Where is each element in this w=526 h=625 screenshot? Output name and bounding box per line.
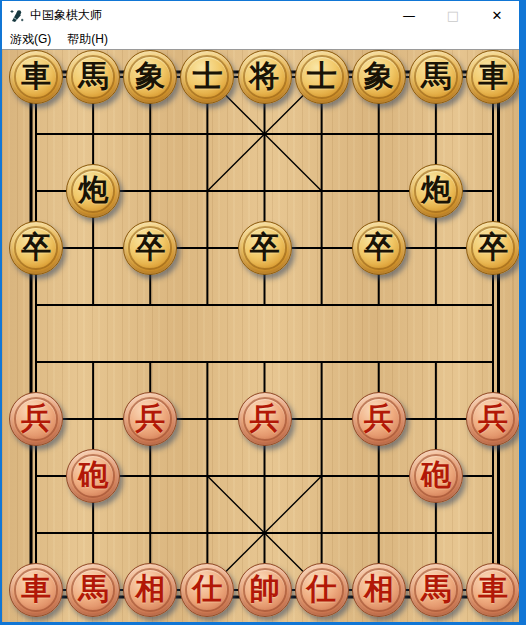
piece-black-象[interactable]: 象 bbox=[123, 50, 177, 104]
piece-black-卒[interactable]: 卒 bbox=[123, 221, 177, 275]
piece-glyph: 炮 bbox=[78, 175, 108, 205]
close-button[interactable]: ✕ bbox=[475, 1, 519, 30]
piece-glyph: 士 bbox=[307, 61, 337, 91]
piece-black-炮[interactable]: 炮 bbox=[66, 164, 120, 218]
piece-glyph: 馬 bbox=[78, 574, 108, 604]
piece-glyph: 象 bbox=[135, 61, 165, 91]
piece-red-仕[interactable]: 仕 bbox=[295, 563, 349, 617]
piece-black-車[interactable]: 車 bbox=[9, 50, 63, 104]
window-title: 中国象棋大师 bbox=[30, 7, 102, 24]
piece-black-士[interactable]: 士 bbox=[295, 50, 349, 104]
piece-glyph: 仕 bbox=[192, 574, 222, 604]
piece-glyph: 馬 bbox=[421, 61, 451, 91]
piece-red-兵[interactable]: 兵 bbox=[9, 392, 63, 446]
piece-black-象[interactable]: 象 bbox=[352, 50, 406, 104]
piece-red-相[interactable]: 相 bbox=[123, 563, 177, 617]
piece-glyph: 兵 bbox=[135, 403, 165, 433]
piece-glyph: 相 bbox=[135, 574, 165, 604]
piece-glyph: 砲 bbox=[78, 460, 108, 490]
piece-glyph: 馬 bbox=[78, 61, 108, 91]
piece-glyph: 炮 bbox=[421, 175, 451, 205]
piece-glyph: 卒 bbox=[364, 232, 394, 262]
piece-red-車[interactable]: 車 bbox=[466, 563, 520, 617]
piece-red-兵[interactable]: 兵 bbox=[238, 392, 292, 446]
piece-black-卒[interactable]: 卒 bbox=[238, 221, 292, 275]
piece-red-馬[interactable]: 馬 bbox=[409, 563, 463, 617]
piece-black-卒[interactable]: 卒 bbox=[9, 221, 63, 275]
piece-glyph: 砲 bbox=[421, 460, 451, 490]
piece-black-車[interactable]: 車 bbox=[466, 50, 520, 104]
piece-red-兵[interactable]: 兵 bbox=[352, 392, 406, 446]
xiangqi-board[interactable]: 車馬象士将士象馬車炮炮卒卒卒卒卒兵兵兵兵兵砲砲車馬相仕帥仕相馬車 bbox=[2, 50, 519, 622]
piece-glyph: 車 bbox=[21, 61, 51, 91]
menu-bar: 游戏(G) 帮助(H) bbox=[2, 30, 519, 50]
app-icon[interactable] bbox=[8, 8, 24, 24]
piece-red-兵[interactable]: 兵 bbox=[466, 392, 520, 446]
piece-red-砲[interactable]: 砲 bbox=[66, 449, 120, 503]
piece-glyph: 将 bbox=[250, 61, 280, 91]
minimize-button[interactable]: — bbox=[387, 1, 431, 30]
piece-black-馬[interactable]: 馬 bbox=[409, 50, 463, 104]
piece-glyph: 兵 bbox=[478, 403, 508, 433]
piece-red-仕[interactable]: 仕 bbox=[180, 563, 234, 617]
piece-glyph: 車 bbox=[478, 574, 508, 604]
piece-glyph: 卒 bbox=[135, 232, 165, 262]
piece-glyph: 士 bbox=[192, 61, 222, 91]
piece-glyph: 兵 bbox=[364, 403, 394, 433]
piece-glyph: 帥 bbox=[250, 574, 280, 604]
piece-glyph: 兵 bbox=[21, 403, 51, 433]
piece-glyph: 車 bbox=[21, 574, 51, 604]
piece-glyph: 兵 bbox=[250, 403, 280, 433]
title-bar: 中国象棋大师 — □ ✕ bbox=[2, 1, 519, 30]
piece-black-士[interactable]: 士 bbox=[180, 50, 234, 104]
piece-red-車[interactable]: 車 bbox=[9, 563, 63, 617]
menu-help[interactable]: 帮助(H) bbox=[59, 29, 116, 50]
piece-glyph: 車 bbox=[478, 61, 508, 91]
piece-red-相[interactable]: 相 bbox=[352, 563, 406, 617]
piece-red-兵[interactable]: 兵 bbox=[123, 392, 177, 446]
piece-black-馬[interactable]: 馬 bbox=[66, 50, 120, 104]
maximize-button[interactable]: □ bbox=[431, 1, 475, 30]
piece-glyph: 馬 bbox=[421, 574, 451, 604]
piece-black-卒[interactable]: 卒 bbox=[352, 221, 406, 275]
piece-glyph: 仕 bbox=[307, 574, 337, 604]
menu-game[interactable]: 游戏(G) bbox=[2, 29, 59, 50]
window-controls: — □ ✕ bbox=[387, 1, 519, 30]
piece-glyph: 卒 bbox=[478, 232, 508, 262]
piece-red-馬[interactable]: 馬 bbox=[66, 563, 120, 617]
piece-glyph: 相 bbox=[364, 574, 394, 604]
piece-red-砲[interactable]: 砲 bbox=[409, 449, 463, 503]
piece-black-卒[interactable]: 卒 bbox=[466, 221, 520, 275]
piece-glyph: 卒 bbox=[21, 232, 51, 262]
piece-glyph: 卒 bbox=[250, 232, 280, 262]
piece-black-炮[interactable]: 炮 bbox=[409, 164, 463, 218]
app-window: 中国象棋大师 — □ ✕ 游戏(G) 帮助(H) 車馬象士将士象馬車炮炮卒卒卒卒… bbox=[0, 0, 526, 625]
piece-red-帥[interactable]: 帥 bbox=[238, 563, 292, 617]
piece-glyph: 象 bbox=[364, 61, 394, 91]
piece-black-将[interactable]: 将 bbox=[238, 50, 292, 104]
